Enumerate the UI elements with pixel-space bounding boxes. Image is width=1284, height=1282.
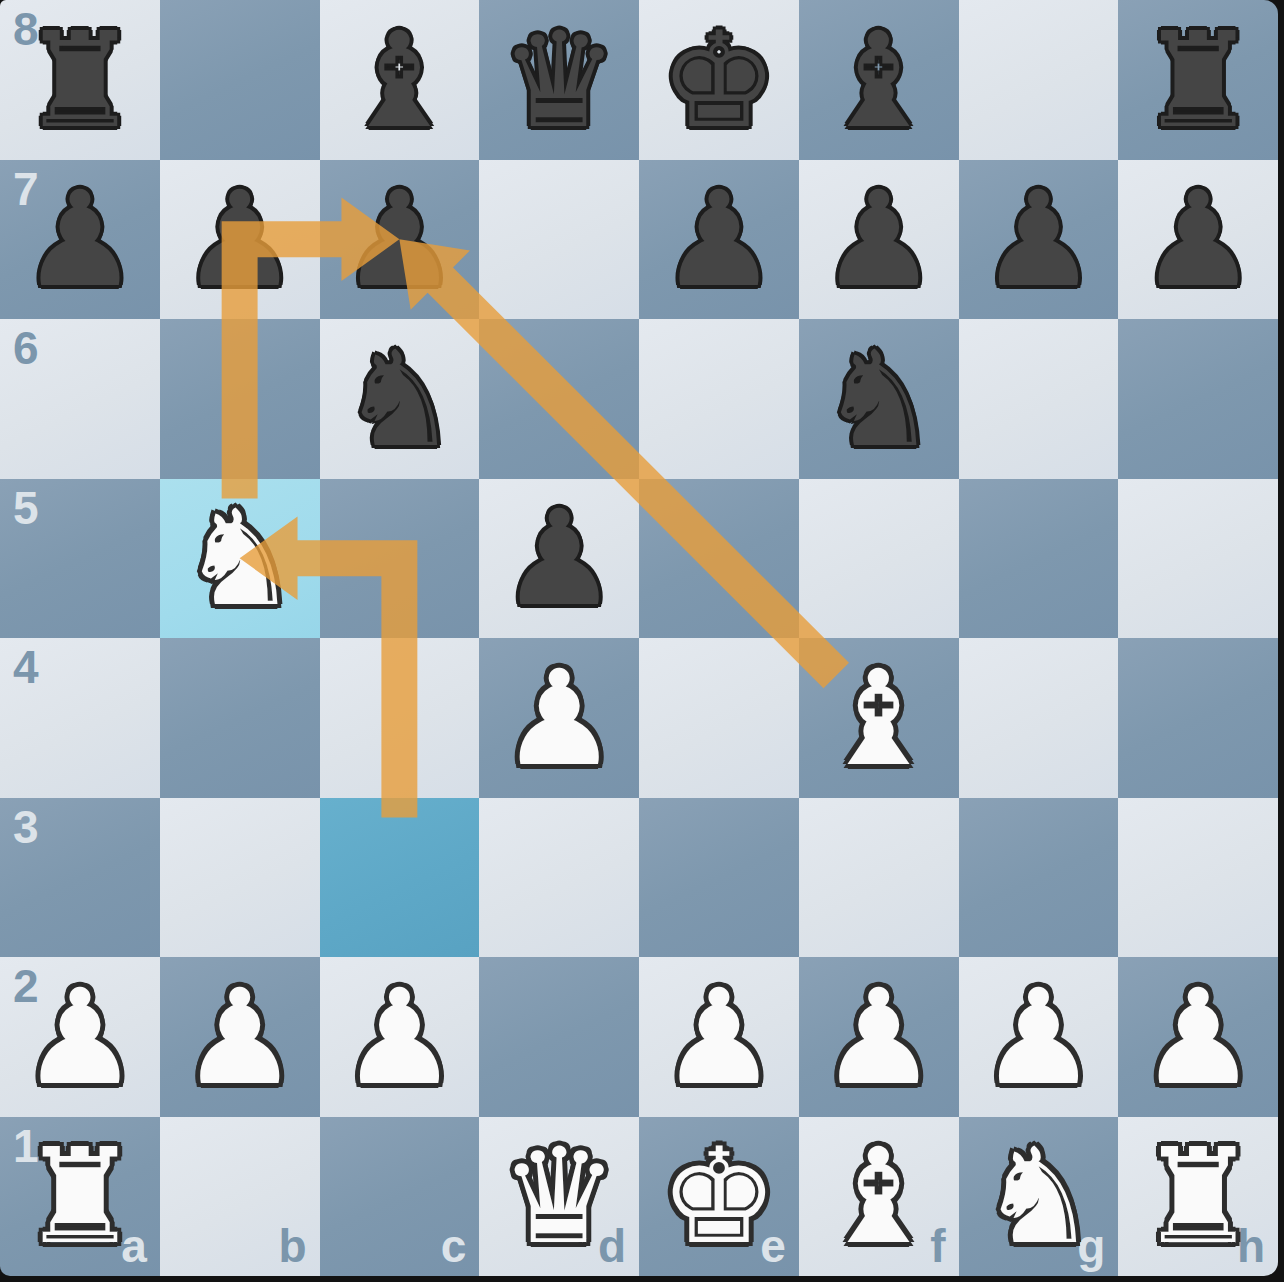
square-f5[interactable] — [799, 479, 959, 639]
piece-white-pawn[interactable]: ♟ — [0, 957, 160, 1117]
square-c7[interactable]: ♟ — [320, 160, 480, 320]
piece-white-bishop[interactable]: ♝ — [799, 1117, 959, 1277]
square-b2[interactable]: ♟ — [160, 957, 320, 1117]
square-g5[interactable] — [959, 479, 1119, 639]
square-h5[interactable] — [1118, 479, 1278, 639]
square-d2[interactable] — [479, 957, 639, 1117]
chess-board: 8♜♝♛♚♝♜7♟♟♟♟♟♟♟6♞♞5♞♟4♟♝32♟♟♟♟♟♟♟1a♜bcd♛… — [0, 0, 1278, 1276]
square-h8[interactable]: ♜ — [1118, 0, 1278, 160]
square-f7[interactable]: ♟ — [799, 160, 959, 320]
square-b1[interactable]: b — [160, 1117, 320, 1277]
square-g1[interactable]: g♞ — [959, 1117, 1119, 1277]
piece-black-pawn[interactable]: ♟ — [1118, 160, 1278, 320]
square-d6[interactable] — [479, 319, 639, 479]
piece-white-pawn[interactable]: ♟ — [959, 957, 1119, 1117]
square-a5[interactable]: 5 — [0, 479, 160, 639]
square-h2[interactable]: ♟ — [1118, 957, 1278, 1117]
piece-white-pawn[interactable]: ♟ — [639, 957, 799, 1117]
square-g4[interactable] — [959, 638, 1119, 798]
piece-black-pawn[interactable]: ♟ — [479, 479, 639, 639]
square-e3[interactable] — [639, 798, 799, 958]
square-c8[interactable]: ♝ — [320, 0, 480, 160]
piece-black-bishop[interactable]: ♝ — [799, 0, 959, 160]
square-d7[interactable] — [479, 160, 639, 320]
square-d3[interactable] — [479, 798, 639, 958]
file-label-b: b — [278, 1223, 306, 1269]
square-e2[interactable]: ♟ — [639, 957, 799, 1117]
square-e5[interactable] — [639, 479, 799, 639]
piece-black-pawn[interactable]: ♟ — [959, 160, 1119, 320]
piece-white-queen[interactable]: ♛ — [479, 1117, 639, 1277]
square-a3[interactable]: 3 — [0, 798, 160, 958]
square-f8[interactable]: ♝ — [799, 0, 959, 160]
square-c4[interactable] — [320, 638, 480, 798]
piece-black-rook[interactable]: ♜ — [1118, 0, 1278, 160]
square-a4[interactable]: 4 — [0, 638, 160, 798]
square-h1[interactable]: h♜ — [1118, 1117, 1278, 1277]
piece-white-pawn[interactable]: ♟ — [479, 638, 639, 798]
square-e8[interactable]: ♚ — [639, 0, 799, 160]
rank-label-4: 4 — [13, 644, 39, 690]
square-c5[interactable] — [320, 479, 480, 639]
square-h6[interactable] — [1118, 319, 1278, 479]
piece-white-pawn[interactable]: ♟ — [160, 957, 320, 1117]
piece-black-bishop[interactable]: ♝ — [320, 0, 480, 160]
piece-black-knight[interactable]: ♞ — [320, 319, 480, 479]
square-f4[interactable]: ♝ — [799, 638, 959, 798]
piece-white-pawn[interactable]: ♟ — [320, 957, 480, 1117]
rank-label-3: 3 — [13, 804, 39, 850]
square-g8[interactable] — [959, 0, 1119, 160]
piece-black-pawn[interactable]: ♟ — [160, 160, 320, 320]
square-b8[interactable] — [160, 0, 320, 160]
square-g3[interactable] — [959, 798, 1119, 958]
square-e4[interactable] — [639, 638, 799, 798]
piece-white-knight[interactable]: ♞ — [959, 1117, 1119, 1277]
square-b3[interactable] — [160, 798, 320, 958]
square-d5[interactable]: ♟ — [479, 479, 639, 639]
piece-black-pawn[interactable]: ♟ — [639, 160, 799, 320]
piece-white-pawn[interactable]: ♟ — [1118, 957, 1278, 1117]
rank-label-5: 5 — [13, 485, 39, 531]
piece-white-king[interactable]: ♚ — [639, 1117, 799, 1277]
square-f3[interactable] — [799, 798, 959, 958]
square-e7[interactable]: ♟ — [639, 160, 799, 320]
piece-white-rook[interactable]: ♜ — [1118, 1117, 1278, 1277]
square-e6[interactable] — [639, 319, 799, 479]
square-d8[interactable]: ♛ — [479, 0, 639, 160]
square-d4[interactable]: ♟ — [479, 638, 639, 798]
square-g6[interactable] — [959, 319, 1119, 479]
square-a7[interactable]: 7♟ — [0, 160, 160, 320]
piece-black-queen[interactable]: ♛ — [479, 0, 639, 160]
square-a6[interactable]: 6 — [0, 319, 160, 479]
square-e1[interactable]: e♚ — [639, 1117, 799, 1277]
rank-label-6: 6 — [13, 325, 39, 371]
piece-black-pawn[interactable]: ♟ — [320, 160, 480, 320]
square-c2[interactable]: ♟ — [320, 957, 480, 1117]
square-g2[interactable]: ♟ — [959, 957, 1119, 1117]
square-c1[interactable]: c — [320, 1117, 480, 1277]
square-g7[interactable]: ♟ — [959, 160, 1119, 320]
piece-black-knight[interactable]: ♞ — [799, 319, 959, 479]
piece-black-king[interactable]: ♚ — [639, 0, 799, 160]
square-h7[interactable]: ♟ — [1118, 160, 1278, 320]
square-h3[interactable] — [1118, 798, 1278, 958]
piece-black-pawn[interactable]: ♟ — [0, 160, 160, 320]
square-c6[interactable]: ♞ — [320, 319, 480, 479]
piece-white-bishop[interactable]: ♝ — [799, 638, 959, 798]
square-a8[interactable]: 8♜ — [0, 0, 160, 160]
square-f1[interactable]: f♝ — [799, 1117, 959, 1277]
file-label-c: c — [441, 1223, 467, 1269]
square-a1[interactable]: 1a♜ — [0, 1117, 160, 1277]
square-b4[interactable] — [160, 638, 320, 798]
piece-white-knight[interactable]: ♞ — [160, 479, 320, 639]
piece-white-rook[interactable]: ♜ — [0, 1117, 160, 1277]
square-c3[interactable] — [320, 798, 480, 958]
piece-white-pawn[interactable]: ♟ — [799, 957, 959, 1117]
square-f2[interactable]: ♟ — [799, 957, 959, 1117]
square-d1[interactable]: d♛ — [479, 1117, 639, 1277]
square-b5[interactable]: ♞ — [160, 479, 320, 639]
square-h4[interactable] — [1118, 638, 1278, 798]
square-a2[interactable]: 2♟ — [0, 957, 160, 1117]
piece-black-rook[interactable]: ♜ — [0, 0, 160, 160]
square-f6[interactable]: ♞ — [799, 319, 959, 479]
piece-black-pawn[interactable]: ♟ — [799, 160, 959, 320]
square-b7[interactable]: ♟ — [160, 160, 320, 320]
square-b6[interactable] — [160, 319, 320, 479]
